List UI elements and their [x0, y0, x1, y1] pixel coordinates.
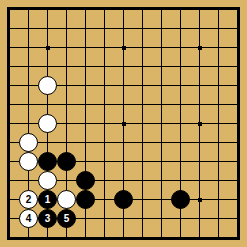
- stone-move-number: 2: [26, 195, 32, 205]
- black-stone: 1: [38, 190, 57, 209]
- stone-move-number: 5: [64, 214, 70, 224]
- stone-layer: 21435: [0, 0, 247, 247]
- white-stone: [19, 152, 38, 171]
- white-stone: [38, 171, 57, 190]
- black-stone: 3: [38, 209, 57, 228]
- white-stone: [57, 190, 76, 209]
- white-stone: 2: [19, 190, 38, 209]
- go-diagram: 21435: [0, 0, 247, 247]
- stone-move-number: 3: [45, 214, 51, 224]
- black-stone: [76, 190, 95, 209]
- go-board: 21435: [0, 0, 247, 247]
- white-stone: [19, 133, 38, 152]
- stone-move-number: 1: [45, 195, 51, 205]
- black-stone: 5: [57, 209, 76, 228]
- white-stone: 4: [19, 209, 38, 228]
- black-stone: [76, 171, 95, 190]
- black-stone: [114, 190, 133, 209]
- stone-move-number: 4: [26, 214, 32, 224]
- black-stone: [38, 152, 57, 171]
- black-stone: [171, 190, 190, 209]
- white-stone: [38, 114, 57, 133]
- white-stone: [38, 76, 57, 95]
- black-stone: [57, 152, 76, 171]
